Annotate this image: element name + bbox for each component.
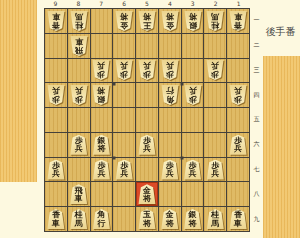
piece-kanji: 飛車 bbox=[70, 184, 88, 204]
shogi-piece-sente-7i[interactable]: 角行 bbox=[92, 209, 110, 229]
board-cell-5i[interactable]: 玉将 bbox=[136, 207, 158, 231]
hoshi-dot bbox=[181, 82, 184, 85]
board-cell-6c[interactable]: 歩兵 bbox=[113, 59, 135, 83]
shogi-piece-gote-9a[interactable]: 香車 bbox=[47, 11, 65, 31]
shogi-piece-gote-3a[interactable]: 銀将 bbox=[184, 11, 202, 31]
board-cell-5c[interactable]: 歩兵 bbox=[136, 59, 158, 83]
board-cell-1g[interactable] bbox=[227, 158, 249, 182]
board-cell-2f[interactable] bbox=[204, 133, 226, 157]
hoshi-dot bbox=[181, 157, 184, 160]
board-cell-1h[interactable] bbox=[227, 182, 249, 206]
shogi-piece-gote-1a[interactable]: 香車 bbox=[229, 11, 247, 31]
board-cell-6e[interactable] bbox=[113, 108, 135, 132]
file-label: 2 bbox=[204, 0, 227, 8]
shogi-app: 後手番 987654321 香車桂馬金将王将金将銀将桂馬香車飛車歩兵歩兵歩兵歩兵… bbox=[0, 0, 300, 238]
hoshi-dot bbox=[112, 82, 115, 85]
piece-kanji: 金将 bbox=[115, 11, 133, 31]
board-cell-8i[interactable]: 桂馬 bbox=[68, 207, 90, 231]
board-cell-7e[interactable] bbox=[91, 108, 113, 132]
board-cell-7g[interactable]: 歩兵 bbox=[91, 158, 113, 182]
board-cell-8f[interactable]: 歩兵 bbox=[68, 133, 90, 157]
board-cell-5h[interactable]: 金将 bbox=[136, 182, 158, 206]
shogi-piece-gote-2a[interactable]: 桂馬 bbox=[206, 11, 224, 31]
piece-kanji: 王将 bbox=[138, 11, 156, 31]
shogi-piece-sente-8f[interactable]: 歩兵 bbox=[70, 135, 88, 155]
rank-label: 七 bbox=[251, 157, 262, 182]
piece-kanji: 歩兵 bbox=[206, 60, 224, 80]
board-cell-1a[interactable]: 香車 bbox=[227, 9, 249, 33]
board-cell-7d[interactable]: 銀将 bbox=[91, 83, 113, 107]
board-cell-1b[interactable] bbox=[227, 34, 249, 58]
board-cell-6g[interactable]: 歩兵 bbox=[113, 158, 135, 182]
board-cell-4h[interactable] bbox=[159, 182, 181, 206]
piece-kanji: 歩兵 bbox=[70, 135, 88, 155]
board-cell-6i[interactable] bbox=[113, 207, 135, 231]
rank-label: 一 bbox=[251, 8, 262, 33]
board-cell-3b[interactable] bbox=[182, 34, 204, 58]
shogi-board: 香車桂馬金将王将金将銀将桂馬香車飛車歩兵歩兵歩兵歩兵歩兵歩兵歩兵銀将角行歩兵歩兵… bbox=[44, 8, 250, 232]
shogi-piece-sente-7g[interactable]: 歩兵 bbox=[92, 160, 110, 180]
piece-kanji: 歩兵 bbox=[229, 135, 247, 155]
piece-kanji: 歩兵 bbox=[115, 160, 133, 180]
piece-kanji: 歩兵 bbox=[138, 135, 156, 155]
board-cell-8h[interactable]: 飛車 bbox=[68, 182, 90, 206]
board-cell-4b[interactable] bbox=[159, 34, 181, 58]
board-cell-3h[interactable] bbox=[182, 182, 204, 206]
piece-kanji: 銀将 bbox=[92, 85, 110, 105]
board-cell-7i[interactable]: 角行 bbox=[91, 207, 113, 231]
board-cell-2b[interactable] bbox=[204, 34, 226, 58]
piece-kanji: 金将 bbox=[138, 184, 156, 204]
piece-kanji: 飛車 bbox=[70, 36, 88, 56]
shogi-piece-gote-1d[interactable]: 歩兵 bbox=[229, 85, 247, 105]
board-cell-6f[interactable] bbox=[113, 133, 135, 157]
board-cell-9b[interactable] bbox=[45, 34, 67, 58]
board-cell-3a[interactable]: 銀将 bbox=[182, 9, 204, 33]
board-cell-5a[interactable]: 王将 bbox=[136, 9, 158, 33]
board-cell-1d[interactable]: 歩兵 bbox=[227, 83, 249, 107]
shogi-piece-gote-6c[interactable]: 歩兵 bbox=[115, 60, 133, 80]
file-labels: 987654321 bbox=[44, 0, 250, 8]
board-cell-9h[interactable] bbox=[45, 182, 67, 206]
board-cell-5d[interactable] bbox=[136, 83, 158, 107]
shogi-piece-sente-4g[interactable]: 歩兵 bbox=[161, 160, 179, 180]
shogi-piece-gote-4c[interactable]: 歩兵 bbox=[161, 60, 179, 80]
piece-kanji: 角行 bbox=[161, 85, 179, 105]
board-cell-4f[interactable] bbox=[159, 133, 181, 157]
board-cell-9c[interactable] bbox=[45, 59, 67, 83]
board-cell-8g[interactable] bbox=[68, 158, 90, 182]
file-label: 6 bbox=[113, 0, 136, 8]
board-cell-4e[interactable] bbox=[159, 108, 181, 132]
board-cell-4i[interactable]: 金将 bbox=[159, 207, 181, 231]
board-cell-4c[interactable]: 歩兵 bbox=[159, 59, 181, 83]
piece-kanji: 歩兵 bbox=[184, 160, 202, 180]
shogi-piece-gote-3d[interactable]: 歩兵 bbox=[184, 85, 202, 105]
shogi-piece-gote-8d[interactable]: 歩兵 bbox=[70, 85, 88, 105]
board-cell-1c[interactable] bbox=[227, 59, 249, 83]
piece-kanji: 歩兵 bbox=[47, 85, 65, 105]
board-cell-5f[interactable]: 歩兵 bbox=[136, 133, 158, 157]
board-cell-2g[interactable]: 歩兵 bbox=[204, 158, 226, 182]
piece-kanji: 歩兵 bbox=[92, 60, 110, 80]
board-cell-4a[interactable]: 金将 bbox=[159, 9, 181, 33]
rank-label: 五 bbox=[251, 108, 262, 133]
board-cell-7h[interactable] bbox=[91, 182, 113, 206]
shogi-piece-gote-5c[interactable]: 歩兵 bbox=[138, 60, 156, 80]
shogi-piece-sente-2g[interactable]: 歩兵 bbox=[206, 160, 224, 180]
piece-kanji: 桂馬 bbox=[206, 11, 224, 31]
board-cell-5g[interactable] bbox=[136, 158, 158, 182]
shogi-piece-sente-3i[interactable]: 銀将 bbox=[184, 209, 202, 229]
board-cell-3g[interactable]: 歩兵 bbox=[182, 158, 204, 182]
shogi-piece-gote-4d[interactable]: 角行 bbox=[161, 85, 179, 105]
shogi-piece-sente-2i[interactable]: 桂馬 bbox=[206, 209, 224, 229]
rank-label: 六 bbox=[251, 132, 262, 157]
shogi-piece-gote-6a[interactable]: 金将 bbox=[115, 11, 133, 31]
rank-labels: 一二三四五六七八九 bbox=[251, 8, 262, 232]
board-cell-8b[interactable]: 飛車 bbox=[68, 34, 90, 58]
board-cell-9e[interactable] bbox=[45, 108, 67, 132]
board-cell-3d[interactable]: 歩兵 bbox=[182, 83, 204, 107]
board-cell-3e[interactable] bbox=[182, 108, 204, 132]
piece-kanji: 香車 bbox=[47, 209, 65, 229]
piece-kanji: 金将 bbox=[161, 11, 179, 31]
shogi-piece-sente-5i[interactable]: 玉将 bbox=[138, 209, 156, 229]
board-cell-5e[interactable] bbox=[136, 108, 158, 132]
turn-indicator: 後手番 bbox=[261, 25, 300, 39]
rank-label: 八 bbox=[251, 182, 262, 207]
board-cell-7f[interactable]: 銀将 bbox=[91, 133, 113, 157]
piece-kanji: 角行 bbox=[92, 209, 110, 229]
shogi-piece-sente-8i[interactable]: 桂馬 bbox=[70, 209, 88, 229]
shogi-piece-sente-8h[interactable]: 飛車 bbox=[70, 184, 88, 204]
shogi-piece-gote-8a[interactable]: 桂馬 bbox=[70, 11, 88, 31]
board-cell-7b[interactable] bbox=[91, 34, 113, 58]
shogi-piece-sente-4i[interactable]: 金将 bbox=[161, 209, 179, 229]
board-cell-4d[interactable]: 角行 bbox=[159, 83, 181, 107]
rank-label: 九 bbox=[251, 207, 262, 232]
board-cell-2i[interactable]: 桂馬 bbox=[204, 207, 226, 231]
piece-kanji: 香車 bbox=[229, 209, 247, 229]
board-cell-8c[interactable] bbox=[68, 59, 90, 83]
hoshi-dot bbox=[112, 157, 115, 160]
board-cell-2h[interactable] bbox=[204, 182, 226, 206]
sente-piece-stand[interactable] bbox=[263, 56, 300, 238]
piece-kanji: 歩兵 bbox=[92, 160, 110, 180]
board-cell-6a[interactable]: 金将 bbox=[113, 9, 135, 33]
piece-kanji: 歩兵 bbox=[161, 60, 179, 80]
piece-kanji: 桂馬 bbox=[206, 209, 224, 229]
piece-kanji: 銀将 bbox=[184, 209, 202, 229]
piece-kanji: 歩兵 bbox=[70, 85, 88, 105]
shogi-piece-sente-3g[interactable]: 歩兵 bbox=[184, 160, 202, 180]
shogi-piece-sente-1f[interactable]: 歩兵 bbox=[229, 135, 247, 155]
board-cell-2d[interactable] bbox=[204, 83, 226, 107]
file-label: 3 bbox=[181, 0, 204, 8]
board-cell-6b[interactable] bbox=[113, 34, 135, 58]
board-cell-9f[interactable] bbox=[45, 133, 67, 157]
board-cell-9g[interactable]: 歩兵 bbox=[45, 158, 67, 182]
piece-kanji: 歩兵 bbox=[184, 85, 202, 105]
file-label: 7 bbox=[90, 0, 113, 8]
shogi-piece-gote-7d[interactable]: 銀将 bbox=[92, 85, 110, 105]
board-cell-3i[interactable]: 銀将 bbox=[182, 207, 204, 231]
piece-kanji: 歩兵 bbox=[161, 160, 179, 180]
piece-kanji: 桂馬 bbox=[70, 209, 88, 229]
shogi-piece-gote-7c[interactable]: 歩兵 bbox=[92, 60, 110, 80]
board-cell-6d[interactable] bbox=[113, 83, 135, 107]
shogi-piece-sente-5h[interactable]: 金将 bbox=[138, 184, 156, 204]
shogi-piece-gote-8b[interactable]: 飛車 bbox=[70, 36, 88, 56]
board-grid: 香車桂馬金将王将金将銀将桂馬香車飛車歩兵歩兵歩兵歩兵歩兵歩兵歩兵銀将角行歩兵歩兵… bbox=[45, 9, 249, 231]
board-cell-2e[interactable] bbox=[204, 108, 226, 132]
board-cell-2c[interactable]: 歩兵 bbox=[204, 59, 226, 83]
piece-kanji: 歩兵 bbox=[47, 160, 65, 180]
rank-label: 四 bbox=[251, 83, 262, 108]
shogi-piece-gote-2c[interactable]: 歩兵 bbox=[206, 60, 224, 80]
file-label: 4 bbox=[158, 0, 181, 8]
board-cell-8a[interactable]: 桂馬 bbox=[68, 9, 90, 33]
rank-label: 二 bbox=[251, 33, 262, 58]
piece-kanji: 歩兵 bbox=[138, 60, 156, 80]
board-cell-7c[interactable]: 歩兵 bbox=[91, 59, 113, 83]
board-cell-8e[interactable] bbox=[68, 108, 90, 132]
board-cell-1e[interactable] bbox=[227, 108, 249, 132]
piece-kanji: 香車 bbox=[47, 11, 65, 31]
piece-kanji: 歩兵 bbox=[206, 160, 224, 180]
gote-piece-stand[interactable] bbox=[0, 0, 37, 182]
file-label: 5 bbox=[136, 0, 159, 8]
shogi-piece-sente-1i[interactable]: 香車 bbox=[229, 209, 247, 229]
piece-kanji: 香車 bbox=[229, 11, 247, 31]
board-cell-9d[interactable]: 歩兵 bbox=[45, 83, 67, 107]
shogi-piece-gote-5a[interactable]: 王将 bbox=[138, 11, 156, 31]
file-label: 9 bbox=[44, 0, 67, 8]
board-cell-6h[interactable] bbox=[113, 182, 135, 206]
piece-kanji: 玉将 bbox=[138, 209, 156, 229]
file-label: 1 bbox=[227, 0, 250, 8]
board-cell-5b[interactable] bbox=[136, 34, 158, 58]
piece-kanji: 銀将 bbox=[92, 135, 110, 155]
piece-kanji: 金将 bbox=[161, 209, 179, 229]
piece-kanji: 歩兵 bbox=[229, 85, 247, 105]
piece-kanji: 歩兵 bbox=[115, 60, 133, 80]
board-cell-1f[interactable]: 歩兵 bbox=[227, 133, 249, 157]
shogi-piece-sente-9g[interactable]: 歩兵 bbox=[47, 160, 65, 180]
rank-label: 三 bbox=[251, 58, 262, 83]
board-cell-9a[interactable]: 香車 bbox=[45, 9, 67, 33]
board-cell-4g[interactable]: 歩兵 bbox=[159, 158, 181, 182]
piece-kanji: 銀将 bbox=[184, 11, 202, 31]
board-cell-9i[interactable]: 香車 bbox=[45, 207, 67, 231]
board-cell-3c[interactable] bbox=[182, 59, 204, 83]
board-cell-7a[interactable] bbox=[91, 9, 113, 33]
board-cell-3f[interactable] bbox=[182, 133, 204, 157]
file-label: 8 bbox=[67, 0, 90, 8]
shogi-piece-sente-9i[interactable]: 香車 bbox=[47, 209, 65, 229]
shogi-piece-sente-6g[interactable]: 歩兵 bbox=[115, 160, 133, 180]
shogi-piece-sente-7f[interactable]: 銀将 bbox=[92, 135, 110, 155]
board-cell-8d[interactable]: 歩兵 bbox=[68, 83, 90, 107]
board-cell-1i[interactable]: 香車 bbox=[227, 207, 249, 231]
shogi-piece-gote-9d[interactable]: 歩兵 bbox=[47, 85, 65, 105]
board-cell-2a[interactable]: 桂馬 bbox=[204, 9, 226, 33]
piece-kanji: 桂馬 bbox=[70, 11, 88, 31]
shogi-piece-gote-4a[interactable]: 金将 bbox=[161, 11, 179, 31]
shogi-piece-sente-5f[interactable]: 歩兵 bbox=[138, 135, 156, 155]
